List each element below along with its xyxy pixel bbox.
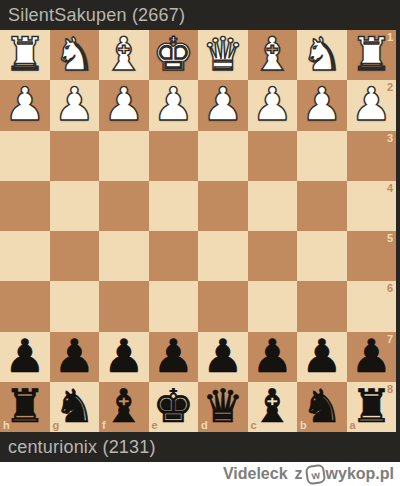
square-c5[interactable] [248,231,298,281]
piece-white-pawn[interactable]: ♟ [54,81,95,127]
square-g2[interactable]: ♟ [50,80,100,130]
watermark-strip: Videleck z w wykop.pl [0,462,400,486]
piece-black-pawn[interactable]: ♟ [202,333,243,379]
square-e3[interactable] [149,131,199,181]
square-b6[interactable] [297,281,347,331]
square-a1[interactable]: 1♜ [347,30,397,80]
square-d1[interactable]: ♛ [198,30,248,80]
square-c7[interactable]: ♟ [248,332,298,382]
square-d2[interactable]: ♟ [198,80,248,130]
square-f7[interactable]: ♟ [99,332,149,382]
rank-label-4: 4 [387,183,393,194]
player-bottom-label: centurionix (2131) [8,437,156,458]
chess-board[interactable]: ♜♞♝♚♛♝♞1♜♟♟♟♟♟♟♟2♟3456♟♟♟♟♟♟♟7♟h♜g♞f♝e♚d… [0,30,396,432]
player-bottom-bar: centurionix (2131) [0,432,400,462]
square-f3[interactable] [99,131,149,181]
square-c2[interactable]: ♟ [248,80,298,130]
piece-white-queen[interactable]: ♛ [202,31,243,77]
piece-black-pawn[interactable]: ♟ [351,333,392,379]
watermark-connector: z [295,465,303,483]
piece-black-queen[interactable]: ♛ [202,383,243,429]
square-e5[interactable] [149,231,199,281]
square-d6[interactable] [198,281,248,331]
rank-label-3: 3 [387,133,393,144]
piece-black-pawn[interactable]: ♟ [103,333,144,379]
square-d3[interactable] [198,131,248,181]
square-a7[interactable]: 7♟ [347,332,397,382]
square-f1[interactable]: ♝ [99,30,149,80]
piece-white-pawn[interactable]: ♟ [153,81,194,127]
square-h7[interactable]: ♟ [0,332,50,382]
square-g4[interactable] [50,181,100,231]
piece-black-pawn[interactable]: ♟ [54,333,95,379]
square-c3[interactable] [248,131,298,181]
square-h5[interactable] [0,231,50,281]
watermark-author: Videleck [223,465,288,483]
square-g6[interactable] [50,281,100,331]
square-a2[interactable]: 2♟ [347,80,397,130]
player-top-bar: SilentSakupen (2667) [0,0,400,30]
square-b2[interactable]: ♟ [297,80,347,130]
square-b7[interactable]: ♟ [297,332,347,382]
square-e4[interactable] [149,181,199,231]
piece-white-pawn[interactable]: ♟ [351,81,392,127]
piece-black-bishop[interactable]: ♝ [252,383,293,429]
piece-black-rook[interactable]: ♜ [4,383,45,429]
square-h8[interactable]: h♜ [0,382,50,432]
wykop-logo-icon: w [304,463,325,484]
piece-black-pawn[interactable]: ♟ [252,333,293,379]
piece-white-bishop[interactable]: ♝ [103,31,144,77]
square-c4[interactable] [248,181,298,231]
piece-white-knight[interactable]: ♞ [54,31,95,77]
piece-white-pawn[interactable]: ♟ [202,81,243,127]
square-c6[interactable] [248,281,298,331]
square-f5[interactable] [99,231,149,281]
square-a3[interactable]: 3 [347,131,397,181]
piece-white-rook[interactable]: ♜ [4,31,45,77]
piece-white-rook[interactable]: ♜ [351,31,392,77]
piece-white-king[interactable]: ♚ [153,31,194,77]
piece-white-knight[interactable]: ♞ [301,31,342,77]
piece-black-knight[interactable]: ♞ [301,383,342,429]
square-g3[interactable] [50,131,100,181]
square-c8[interactable]: c♝ [248,382,298,432]
square-e8[interactable]: e♚ [149,382,199,432]
square-b5[interactable] [297,231,347,281]
square-e1[interactable]: ♚ [149,30,199,80]
piece-white-pawn[interactable]: ♟ [4,81,45,127]
chess-game-screenshot: SilentSakupen (2667) ♜♞♝♚♛♝♞1♜♟♟♟♟♟♟♟2♟3… [0,0,400,486]
rank-label-6: 6 [387,283,393,294]
square-h2[interactable]: ♟ [0,80,50,130]
square-h1[interactable]: ♜ [0,30,50,80]
square-f8[interactable]: f♝ [99,382,149,432]
piece-white-pawn[interactable]: ♟ [103,81,144,127]
piece-white-bishop[interactable]: ♝ [252,31,293,77]
piece-black-king[interactable]: ♚ [153,383,194,429]
square-f6[interactable] [99,281,149,331]
rank-label-5: 5 [387,233,393,244]
square-b4[interactable] [297,181,347,231]
square-g8[interactable]: g♞ [50,382,100,432]
piece-black-pawn[interactable]: ♟ [301,333,342,379]
piece-black-knight[interactable]: ♞ [54,383,95,429]
square-b1[interactable]: ♞ [297,30,347,80]
square-h3[interactable] [0,131,50,181]
piece-black-pawn[interactable]: ♟ [4,333,45,379]
square-g7[interactable]: ♟ [50,332,100,382]
square-e7[interactable]: ♟ [149,332,199,382]
square-a4[interactable]: 4 [347,181,397,231]
square-a8[interactable]: 8a♜ [347,382,397,432]
square-d4[interactable] [198,181,248,231]
square-e6[interactable] [149,281,199,331]
piece-black-bishop[interactable]: ♝ [103,383,144,429]
square-d5[interactable] [198,231,248,281]
square-c1[interactable]: ♝ [248,30,298,80]
piece-white-pawn[interactable]: ♟ [252,81,293,127]
square-h4[interactable] [0,181,50,231]
square-e2[interactable]: ♟ [149,80,199,130]
square-h6[interactable] [0,281,50,331]
square-b8[interactable]: b♞ [297,382,347,432]
piece-white-pawn[interactable]: ♟ [301,81,342,127]
square-d7[interactable]: ♟ [198,332,248,382]
square-f4[interactable] [99,181,149,231]
board-area: ♜♞♝♚♛♝♞1♜♟♟♟♟♟♟♟2♟3456♟♟♟♟♟♟♟7♟h♜g♞f♝e♚d… [0,30,400,432]
square-b3[interactable] [297,131,347,181]
player-top-label: SilentSakupen (2667) [8,5,185,26]
square-d8[interactable]: d♛ [198,382,248,432]
watermark-site: wykop.pl [326,465,394,483]
piece-black-pawn[interactable]: ♟ [153,333,194,379]
square-g5[interactable] [50,231,100,281]
square-g1[interactable]: ♞ [50,30,100,80]
piece-black-rook[interactable]: ♜ [351,383,392,429]
square-a6[interactable]: 6 [347,281,397,331]
square-f2[interactable]: ♟ [99,80,149,130]
square-a5[interactable]: 5 [347,231,397,281]
